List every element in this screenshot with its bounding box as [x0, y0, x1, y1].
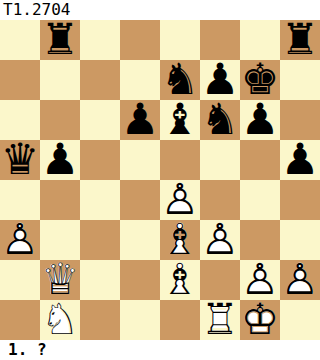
white-piece-outline: ♙ — [160, 179, 200, 219]
square-c5[interactable] — [80, 140, 120, 180]
piece-white-knight: ♞♘ — [40, 300, 80, 340]
piece-white-pawn: ♟♙ — [0, 220, 40, 260]
white-piece-outline: ♙ — [280, 259, 320, 299]
black-piece-glyph: ♜ — [280, 19, 320, 59]
square-e2[interactable]: ♝♗ — [160, 260, 200, 300]
piece-black-pawn: ♟ — [120, 100, 160, 140]
square-c3[interactable] — [80, 220, 120, 260]
chess-board: ♜♜♞♟♚♟♝♞♟♛♟♟♟♙♟♙♝♗♟♙♛♕♝♗♟♙♟♙♞♘♜♖♚♔ — [0, 20, 320, 340]
puzzle-window: { "game": "chess", "header": { "puzzle_i… — [0, 0, 320, 360]
square-f1[interactable]: ♜♖ — [200, 300, 240, 340]
white-piece-outline: ♙ — [0, 219, 40, 259]
square-b7[interactable] — [40, 60, 80, 100]
square-d4[interactable] — [120, 180, 160, 220]
square-c4[interactable] — [80, 180, 120, 220]
piece-black-pawn: ♟ — [280, 140, 320, 180]
black-piece-glyph: ♚ — [240, 59, 280, 99]
square-a3[interactable]: ♟♙ — [0, 220, 40, 260]
square-h8[interactable]: ♜ — [280, 20, 320, 60]
square-d1[interactable] — [120, 300, 160, 340]
square-c1[interactable] — [80, 300, 120, 340]
square-f6[interactable]: ♞ — [200, 100, 240, 140]
square-c2[interactable] — [80, 260, 120, 300]
black-piece-glyph: ♛ — [0, 139, 40, 179]
square-f5[interactable] — [200, 140, 240, 180]
square-c8[interactable] — [80, 20, 120, 60]
piece-white-rook: ♜♖ — [200, 300, 240, 340]
square-g1[interactable]: ♚♔ — [240, 300, 280, 340]
square-h5[interactable]: ♟ — [280, 140, 320, 180]
square-h4[interactable] — [280, 180, 320, 220]
white-piece-outline: ♕ — [40, 259, 80, 299]
black-piece-glyph: ♟ — [280, 139, 320, 179]
white-piece-outline: ♙ — [240, 259, 280, 299]
piece-black-bishop: ♝ — [160, 100, 200, 140]
black-piece-glyph: ♜ — [40, 19, 80, 59]
square-d8[interactable] — [120, 20, 160, 60]
piece-black-knight: ♞ — [200, 100, 240, 140]
white-piece-outline: ♖ — [200, 299, 240, 339]
white-piece-outline: ♘ — [40, 299, 80, 339]
piece-white-pawn: ♟♙ — [280, 260, 320, 300]
square-b8[interactable]: ♜ — [40, 20, 80, 60]
square-e1[interactable] — [160, 300, 200, 340]
piece-black-rook: ♜ — [280, 20, 320, 60]
white-piece-outline: ♔ — [240, 299, 280, 339]
square-d5[interactable] — [120, 140, 160, 180]
square-d2[interactable] — [120, 260, 160, 300]
square-c6[interactable] — [80, 100, 120, 140]
piece-white-pawn: ♟♙ — [200, 220, 240, 260]
piece-black-pawn: ♟ — [240, 100, 280, 140]
piece-black-queen: ♛ — [0, 140, 40, 180]
square-h1[interactable] — [280, 300, 320, 340]
piece-black-pawn: ♟ — [40, 140, 80, 180]
black-piece-glyph: ♞ — [160, 59, 200, 99]
square-g5[interactable] — [240, 140, 280, 180]
piece-white-bishop: ♝♗ — [160, 260, 200, 300]
square-g4[interactable] — [240, 180, 280, 220]
square-a8[interactable] — [0, 20, 40, 60]
piece-white-king: ♚♔ — [240, 300, 280, 340]
white-piece-outline: ♗ — [160, 219, 200, 259]
black-piece-glyph: ♞ — [200, 99, 240, 139]
square-b1[interactable]: ♞♘ — [40, 300, 80, 340]
square-b4[interactable] — [40, 180, 80, 220]
move-prompt: 1. ? — [8, 340, 47, 359]
black-piece-glyph: ♝ — [160, 99, 200, 139]
square-a7[interactable] — [0, 60, 40, 100]
square-a1[interactable] — [0, 300, 40, 340]
piece-black-rook: ♜ — [40, 20, 80, 60]
white-piece-outline: ♙ — [200, 219, 240, 259]
black-piece-glyph: ♟ — [120, 99, 160, 139]
black-piece-glyph: ♟ — [240, 99, 280, 139]
square-f3[interactable]: ♟♙ — [200, 220, 240, 260]
black-piece-glyph: ♟ — [40, 139, 80, 179]
square-d3[interactable] — [120, 220, 160, 260]
square-c7[interactable] — [80, 60, 120, 100]
square-a2[interactable] — [0, 260, 40, 300]
square-d6[interactable]: ♟ — [120, 100, 160, 140]
square-a5[interactable]: ♛ — [0, 140, 40, 180]
square-g6[interactable]: ♟ — [240, 100, 280, 140]
square-e6[interactable]: ♝ — [160, 100, 200, 140]
square-h7[interactable] — [280, 60, 320, 100]
square-b5[interactable]: ♟ — [40, 140, 80, 180]
black-piece-glyph: ♟ — [200, 59, 240, 99]
square-h2[interactable]: ♟♙ — [280, 260, 320, 300]
white-piece-outline: ♗ — [160, 259, 200, 299]
